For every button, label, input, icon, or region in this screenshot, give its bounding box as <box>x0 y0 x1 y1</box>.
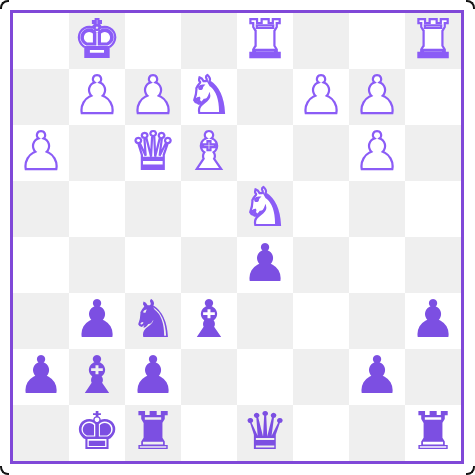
white-knight[interactable]: ♞ <box>186 69 233 123</box>
square-e2[interactable]: ♞ <box>181 69 237 125</box>
square-b7[interactable]: ♟ <box>349 349 405 405</box>
square-f4[interactable] <box>125 181 181 237</box>
square-c6[interactable] <box>293 293 349 349</box>
square-a1[interactable]: ♜ <box>405 13 461 69</box>
square-f3[interactable]: ♛ <box>125 125 181 181</box>
square-a5[interactable] <box>405 237 461 293</box>
square-c4[interactable] <box>293 181 349 237</box>
square-b3[interactable]: ♟ <box>349 125 405 181</box>
black-pawn[interactable]: ♟ <box>242 237 289 291</box>
square-e1[interactable] <box>181 13 237 69</box>
square-h5[interactable] <box>13 237 69 293</box>
square-g7[interactable]: ♝ <box>69 349 125 405</box>
square-b8[interactable] <box>349 405 405 461</box>
screenshot-corner-bottom-right <box>466 466 475 475</box>
white-rook[interactable]: ♜ <box>410 13 457 67</box>
square-c1[interactable] <box>293 13 349 69</box>
square-d3[interactable] <box>237 125 293 181</box>
square-d1[interactable]: ♜ <box>237 13 293 69</box>
square-h3[interactable]: ♟ <box>13 125 69 181</box>
black-bishop[interactable]: ♝ <box>74 349 121 403</box>
square-e3[interactable]: ♝ <box>181 125 237 181</box>
square-c7[interactable] <box>293 349 349 405</box>
square-b6[interactable] <box>349 293 405 349</box>
black-pawn[interactable]: ♟ <box>74 293 121 347</box>
white-king[interactable]: ♚ <box>74 13 121 67</box>
square-f6[interactable]: ♞ <box>125 293 181 349</box>
square-h2[interactable] <box>13 69 69 125</box>
square-b5[interactable] <box>349 237 405 293</box>
square-a8[interactable]: ♜ <box>405 405 461 461</box>
square-f1[interactable] <box>125 13 181 69</box>
square-d4[interactable]: ♞ <box>237 181 293 237</box>
square-c5[interactable] <box>293 237 349 293</box>
square-h1[interactable] <box>13 13 69 69</box>
square-h7[interactable]: ♟ <box>13 349 69 405</box>
square-e6[interactable]: ♝ <box>181 293 237 349</box>
square-h6[interactable] <box>13 293 69 349</box>
square-a7[interactable] <box>405 349 461 405</box>
square-g8[interactable]: ♚ <box>69 405 125 461</box>
square-b1[interactable] <box>349 13 405 69</box>
square-d8[interactable]: ♛ <box>237 405 293 461</box>
white-rook[interactable]: ♜ <box>242 13 289 67</box>
white-pawn[interactable]: ♟ <box>130 69 177 123</box>
square-a3[interactable] <box>405 125 461 181</box>
black-knight[interactable]: ♞ <box>130 293 177 347</box>
screenshot-corner-bottom-left <box>0 466 9 475</box>
square-b2[interactable]: ♟ <box>349 69 405 125</box>
black-pawn[interactable]: ♟ <box>354 349 401 403</box>
black-pawn[interactable]: ♟ <box>18 349 65 403</box>
square-e5[interactable] <box>181 237 237 293</box>
square-b4[interactable] <box>349 181 405 237</box>
screenshot-corner-top-right <box>466 0 475 9</box>
black-rook[interactable]: ♜ <box>130 405 177 459</box>
white-knight[interactable]: ♞ <box>242 181 289 235</box>
black-bishop[interactable]: ♝ <box>186 293 233 347</box>
white-pawn[interactable]: ♟ <box>354 69 401 123</box>
square-e8[interactable] <box>181 405 237 461</box>
square-c2[interactable]: ♟ <box>293 69 349 125</box>
square-a2[interactable] <box>405 69 461 125</box>
square-h4[interactable] <box>13 181 69 237</box>
square-g2[interactable]: ♟ <box>69 69 125 125</box>
square-a4[interactable] <box>405 181 461 237</box>
square-f7[interactable]: ♟ <box>125 349 181 405</box>
square-g1[interactable]: ♚ <box>69 13 125 69</box>
square-c8[interactable] <box>293 405 349 461</box>
square-g5[interactable] <box>69 237 125 293</box>
square-h8[interactable] <box>13 405 69 461</box>
square-d6[interactable] <box>237 293 293 349</box>
square-a6[interactable]: ♟ <box>405 293 461 349</box>
square-g3[interactable] <box>69 125 125 181</box>
square-g6[interactable]: ♟ <box>69 293 125 349</box>
black-rook[interactable]: ♜ <box>410 405 457 459</box>
black-king[interactable]: ♚ <box>74 405 121 459</box>
white-queen[interactable]: ♛ <box>130 125 177 179</box>
black-queen[interactable]: ♛ <box>242 405 289 459</box>
square-d7[interactable] <box>237 349 293 405</box>
white-pawn[interactable]: ♟ <box>74 69 121 123</box>
white-pawn[interactable]: ♟ <box>354 125 401 179</box>
black-pawn[interactable]: ♟ <box>410 293 457 347</box>
board-frame: ♚♜♜♟♟♞♟♟♟♛♝♟♞♟♟♞♝♟♟♝♟♟♚♜♛♜ <box>10 10 464 464</box>
square-e7[interactable] <box>181 349 237 405</box>
square-f8[interactable]: ♜ <box>125 405 181 461</box>
screenshot-canvas: ♚♜♜♟♟♞♟♟♟♛♝♟♞♟♟♞♝♟♟♝♟♟♚♜♛♜ <box>0 0 475 475</box>
white-pawn[interactable]: ♟ <box>298 69 345 123</box>
black-pawn[interactable]: ♟ <box>130 349 177 403</box>
square-c3[interactable] <box>293 125 349 181</box>
square-d5[interactable]: ♟ <box>237 237 293 293</box>
chess-board[interactable]: ♚♜♜♟♟♞♟♟♟♛♝♟♞♟♟♞♝♟♟♝♟♟♚♜♛♜ <box>13 13 461 461</box>
square-e4[interactable] <box>181 181 237 237</box>
white-pawn[interactable]: ♟ <box>18 125 65 179</box>
screenshot-corner-top-left <box>0 0 9 9</box>
square-g4[interactable] <box>69 181 125 237</box>
square-f2[interactable]: ♟ <box>125 69 181 125</box>
square-f5[interactable] <box>125 237 181 293</box>
square-d2[interactable] <box>237 69 293 125</box>
white-bishop[interactable]: ♝ <box>186 125 233 179</box>
